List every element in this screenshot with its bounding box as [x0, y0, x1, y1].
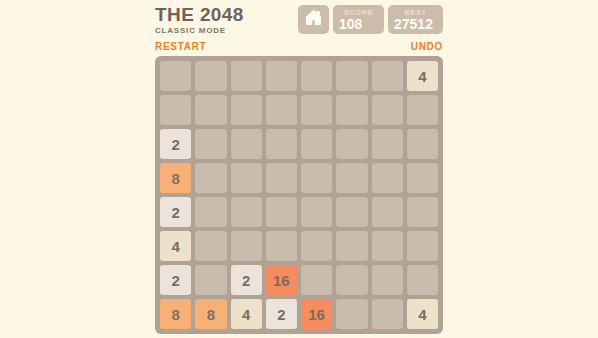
best-value: 27512 — [388, 17, 443, 32]
empty-cell — [372, 265, 403, 295]
tile-8: 8 — [160, 163, 191, 193]
empty-cell — [231, 163, 262, 193]
tile-4: 4 — [407, 299, 438, 329]
empty-cell — [195, 129, 226, 159]
tile-8: 8 — [195, 299, 226, 329]
tile-4: 4 — [160, 231, 191, 261]
game-container: THE 2048 CLASSIC MODE SCORE 108 — [155, 0, 443, 334]
empty-cell — [195, 231, 226, 261]
header: THE 2048 CLASSIC MODE SCORE 108 — [155, 5, 443, 36]
tile-2: 2 — [160, 197, 191, 227]
title-block: THE 2048 CLASSIC MODE — [155, 5, 244, 35]
empty-cell — [266, 95, 297, 125]
empty-cell — [301, 197, 332, 227]
empty-cell — [372, 95, 403, 125]
tile-2: 2 — [160, 129, 191, 159]
tile-2: 2 — [160, 265, 191, 295]
empty-cell — [407, 129, 438, 159]
empty-cell — [372, 231, 403, 261]
empty-cell — [231, 61, 262, 91]
empty-cell — [231, 95, 262, 125]
empty-cell — [301, 163, 332, 193]
empty-cell — [266, 163, 297, 193]
page-title: THE 2048 — [155, 5, 244, 24]
score-value: 108 — [333, 17, 384, 32]
empty-cell — [231, 197, 262, 227]
empty-cell — [336, 163, 367, 193]
tile-16: 16 — [266, 265, 297, 295]
tile-2: 2 — [266, 299, 297, 329]
empty-cell — [195, 197, 226, 227]
empty-cell — [160, 61, 191, 91]
empty-cell — [266, 61, 297, 91]
empty-cell — [266, 197, 297, 227]
home-icon — [304, 8, 323, 31]
board[interactable]: 4282422168842164 — [155, 56, 443, 334]
tile-16: 16 — [301, 299, 332, 329]
empty-cell — [266, 231, 297, 261]
tile-4: 4 — [231, 299, 262, 329]
empty-cell — [336, 61, 367, 91]
empty-cell — [336, 299, 367, 329]
restart-button[interactable]: RESTART — [155, 41, 206, 53]
empty-cell — [407, 163, 438, 193]
mode-label: CLASSIC MODE — [155, 26, 244, 35]
score-box: SCORE 108 — [333, 5, 384, 34]
empty-cell — [336, 95, 367, 125]
empty-cell — [195, 95, 226, 125]
best-box: BEST 27512 — [388, 5, 443, 34]
empty-cell — [195, 265, 226, 295]
empty-cell — [336, 231, 367, 261]
undo-button[interactable]: UNDO — [411, 41, 443, 53]
empty-cell — [195, 163, 226, 193]
empty-cell — [407, 197, 438, 227]
empty-cell — [301, 95, 332, 125]
empty-cell — [407, 231, 438, 261]
empty-cell — [231, 129, 262, 159]
empty-cell — [336, 197, 367, 227]
empty-cell — [301, 129, 332, 159]
empty-cell — [336, 265, 367, 295]
empty-cell — [372, 197, 403, 227]
empty-cell — [231, 231, 262, 261]
empty-cell — [336, 129, 367, 159]
empty-cell — [407, 265, 438, 295]
tile-2: 2 — [231, 265, 262, 295]
empty-cell — [301, 265, 332, 295]
home-button[interactable] — [298, 5, 329, 34]
empty-cell — [407, 95, 438, 125]
empty-cell — [301, 61, 332, 91]
empty-cell — [266, 129, 297, 159]
tile-4: 4 — [407, 61, 438, 91]
empty-cell — [301, 231, 332, 261]
hud: SCORE 108 BEST 27512 — [298, 5, 443, 34]
tile-8: 8 — [160, 299, 191, 329]
empty-cell — [372, 61, 403, 91]
empty-cell — [372, 299, 403, 329]
empty-cell — [372, 163, 403, 193]
empty-cell — [195, 61, 226, 91]
control-bar: RESTART UNDO — [155, 41, 443, 53]
empty-cell — [160, 95, 191, 125]
empty-cell — [372, 129, 403, 159]
